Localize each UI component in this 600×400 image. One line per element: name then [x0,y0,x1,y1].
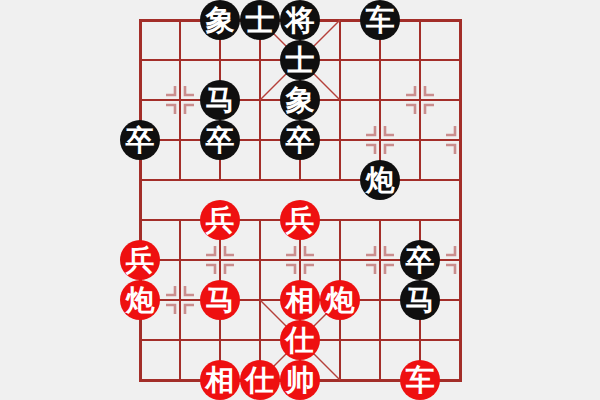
red-advisor[interactable]: 仕 [240,360,280,400]
red-general[interactable]: 帅 [280,360,320,400]
black-soldier[interactable]: 卒 [120,120,160,160]
black-elephant[interactable]: 象 [200,0,240,40]
red-horse[interactable]: 马 [200,280,240,320]
red-soldier[interactable]: 兵 [280,200,320,240]
red-soldier[interactable]: 兵 [120,240,160,280]
black-advisor[interactable]: 士 [280,40,320,80]
black-general[interactable]: 将 [280,0,320,40]
red-elephant[interactable]: 相 [200,360,240,400]
black-horse[interactable]: 马 [200,80,240,120]
black-soldier[interactable]: 卒 [400,240,440,280]
black-advisor[interactable]: 士 [240,0,280,40]
red-advisor[interactable]: 仕 [280,320,320,360]
black-horse[interactable]: 马 [400,280,440,320]
xiangqi-board-screen: 象士将车士马象卒卒卒炮兵兵兵卒炮马相炮马仕相仕帅车 [0,0,600,400]
red-soldier[interactable]: 兵 [200,200,240,240]
red-chariot[interactable]: 车 [400,360,440,400]
red-elephant[interactable]: 相 [280,280,320,320]
board-intersections-grid[interactable]: 象士将车士马象卒卒卒炮兵兵兵卒炮马相炮马仕相仕帅车 [120,0,480,400]
black-cannon[interactable]: 炮 [360,160,400,200]
black-chariot[interactable]: 车 [360,0,400,40]
black-soldier[interactable]: 卒 [280,120,320,160]
red-cannon[interactable]: 炮 [120,280,160,320]
black-soldier[interactable]: 卒 [200,120,240,160]
black-elephant[interactable]: 象 [280,80,320,120]
red-cannon[interactable]: 炮 [320,280,360,320]
